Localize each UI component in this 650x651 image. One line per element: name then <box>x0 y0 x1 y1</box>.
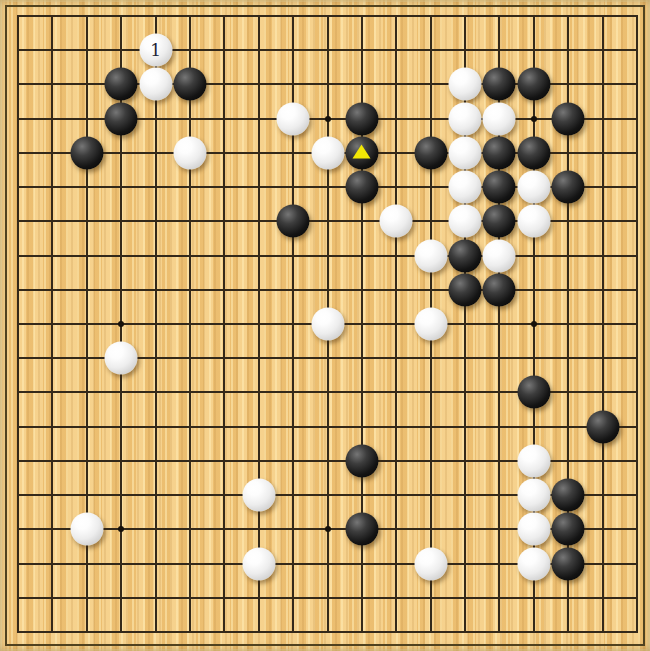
stone-black <box>483 68 516 101</box>
stone-black <box>586 410 619 443</box>
stone-black <box>345 102 378 135</box>
stone-white <box>449 102 482 135</box>
stone-black <box>517 136 550 169</box>
stone-white: 1 <box>139 34 172 67</box>
triangle-marker-icon <box>353 145 371 159</box>
stone-white <box>311 136 344 169</box>
stone-black <box>517 376 550 409</box>
stone-white <box>414 308 447 341</box>
stone-black <box>552 479 585 512</box>
stone-black <box>345 444 378 477</box>
stone-white <box>311 308 344 341</box>
stone-white <box>517 205 550 238</box>
stone-white <box>449 171 482 204</box>
stone-black <box>414 136 447 169</box>
stone-black <box>552 547 585 580</box>
stone-layer: 1 <box>0 0 650 651</box>
stone-white <box>414 239 447 272</box>
stone-white <box>449 205 482 238</box>
move-number-label: 1 <box>150 42 161 59</box>
stone-black <box>449 273 482 306</box>
stone-white <box>380 205 413 238</box>
stone-black <box>345 171 378 204</box>
stone-white <box>414 547 447 580</box>
stone-white <box>483 239 516 272</box>
stone-black <box>552 171 585 204</box>
stone-white <box>139 68 172 101</box>
stone-white <box>517 171 550 204</box>
stone-black <box>552 102 585 135</box>
stone-white <box>242 547 275 580</box>
stone-white <box>173 136 206 169</box>
stone-black <box>483 273 516 306</box>
stone-black <box>449 239 482 272</box>
stone-white <box>517 513 550 546</box>
stone-white <box>449 68 482 101</box>
stone-white <box>242 479 275 512</box>
stone-white <box>483 102 516 135</box>
stone-white <box>105 342 138 375</box>
stone-black <box>345 513 378 546</box>
stone-black <box>105 102 138 135</box>
stone-white <box>449 136 482 169</box>
stone-white <box>70 513 103 546</box>
stone-black <box>345 136 378 169</box>
stone-black <box>173 68 206 101</box>
stone-black <box>70 136 103 169</box>
go-board[interactable]: 1 <box>0 0 650 651</box>
stone-black <box>552 513 585 546</box>
stone-black <box>483 136 516 169</box>
stone-black <box>483 205 516 238</box>
stone-black <box>517 68 550 101</box>
stone-black <box>105 68 138 101</box>
stone-white <box>277 102 310 135</box>
stone-white <box>517 547 550 580</box>
stone-white <box>517 479 550 512</box>
stone-black <box>277 205 310 238</box>
stone-white <box>517 444 550 477</box>
stone-black <box>483 171 516 204</box>
